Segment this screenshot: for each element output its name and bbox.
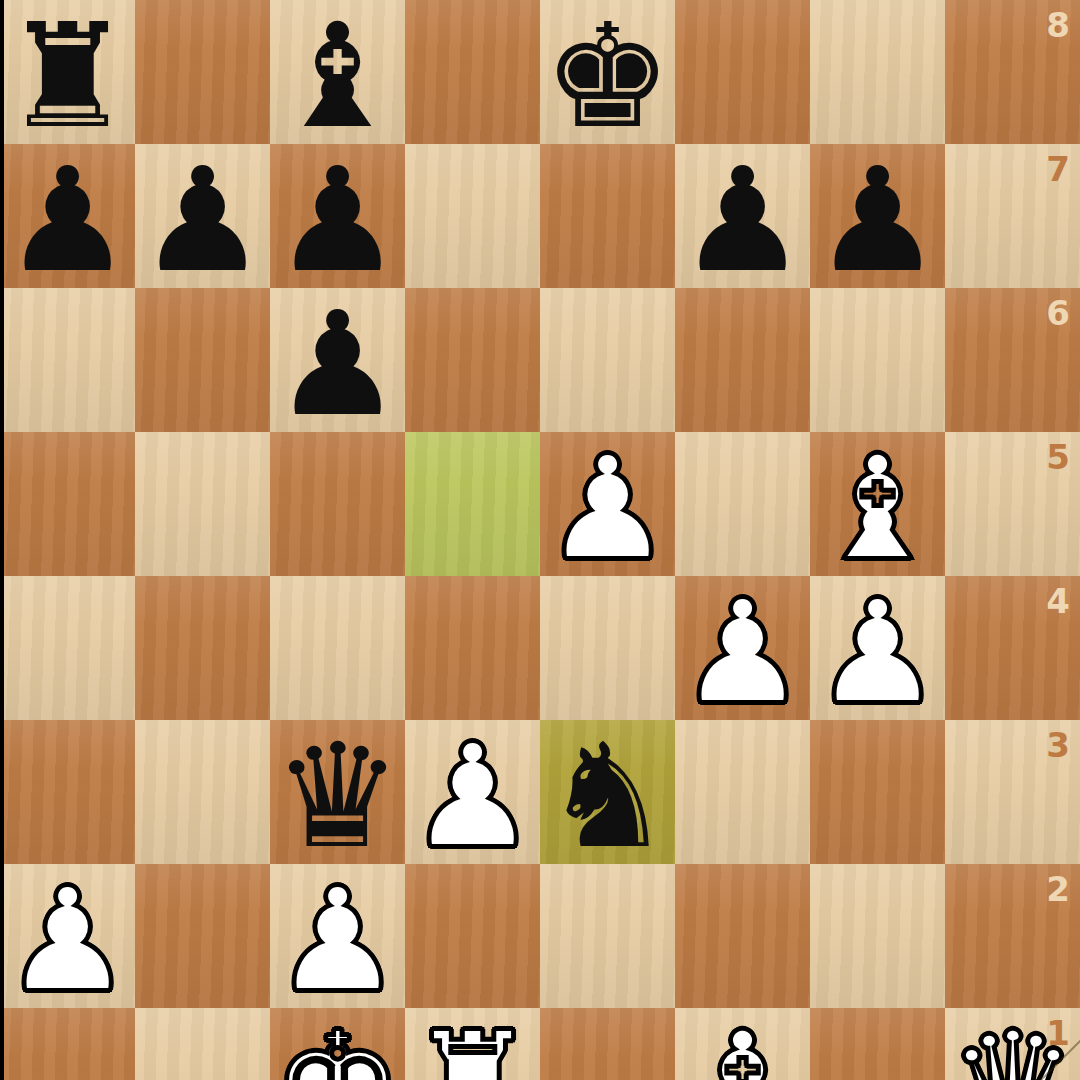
square-c8[interactable]: ♝ <box>270 0 405 144</box>
piece-white-bishop-f1[interactable]: ♝ <box>678 1012 807 1080</box>
square-d8[interactable] <box>405 0 540 144</box>
piece-black-rook-a8[interactable]: ♜ <box>3 4 132 148</box>
square-g7[interactable]: ♟ <box>810 144 945 288</box>
square-d4[interactable] <box>405 576 540 720</box>
piece-black-pawn-c6[interactable]: ♟ <box>273 292 402 436</box>
piece-black-pawn-f7[interactable]: ♟ <box>678 148 807 292</box>
square-b4[interactable] <box>135 576 270 720</box>
square-d3[interactable]: ♟ <box>405 720 540 864</box>
square-e5[interactable]: ♟ <box>540 432 675 576</box>
square-h6[interactable]: 6 <box>945 288 1080 432</box>
square-d5[interactable] <box>405 432 540 576</box>
square-a2[interactable]: ♟ <box>0 864 135 1008</box>
square-e4[interactable] <box>540 576 675 720</box>
square-a4[interactable] <box>0 576 135 720</box>
square-f7[interactable]: ♟ <box>675 144 810 288</box>
piece-black-king-e8[interactable]: ♚ <box>543 4 672 148</box>
square-e8[interactable]: ♚ <box>540 0 675 144</box>
square-h2[interactable]: 2 <box>945 864 1080 1008</box>
square-a8[interactable]: ♜ <box>0 0 135 144</box>
square-b2[interactable] <box>135 864 270 1008</box>
square-a7[interactable]: ♟ <box>0 144 135 288</box>
square-h5[interactable]: 5 <box>945 432 1080 576</box>
piece-white-pawn-c2[interactable]: ♟ <box>273 868 402 1012</box>
square-b8[interactable] <box>135 0 270 144</box>
square-b6[interactable] <box>135 288 270 432</box>
piece-white-king-c1[interactable]: ♚ <box>273 1012 402 1080</box>
square-g5[interactable]: ♝ <box>810 432 945 576</box>
piece-black-pawn-g7[interactable]: ♟ <box>813 148 942 292</box>
square-e7[interactable] <box>540 144 675 288</box>
square-h7[interactable]: 7 <box>945 144 1080 288</box>
screen-edge-strip <box>0 0 4 1080</box>
square-f1[interactable]: f♝ <box>675 1008 810 1080</box>
piece-black-knight-e3[interactable]: ♞ <box>543 724 672 868</box>
piece-white-pawn-e5[interactable]: ♟ <box>543 436 672 580</box>
rank-label-3: 3 <box>1046 725 1070 765</box>
square-g3[interactable] <box>810 720 945 864</box>
square-a5[interactable] <box>0 432 135 576</box>
rank-label-8: 8 <box>1046 5 1070 45</box>
square-b7[interactable]: ♟ <box>135 144 270 288</box>
square-g6[interactable] <box>810 288 945 432</box>
square-f5[interactable] <box>675 432 810 576</box>
square-e1[interactable]: e <box>540 1008 675 1080</box>
piece-white-bishop-g5[interactable]: ♝ <box>813 436 942 580</box>
chess-board: ♜♝♚8♟♟♟♟♟7♟6♟♝5♟♟4♛♟♞3♟♟2abc♚d♜ef♝g1h♛ <box>0 0 1080 1080</box>
square-d1[interactable]: d♜ <box>405 1008 540 1080</box>
rank-label-7: 7 <box>1046 149 1070 189</box>
rank-label-4: 4 <box>1046 581 1070 621</box>
square-h8[interactable]: 8 <box>945 0 1080 144</box>
square-b1[interactable]: b <box>135 1008 270 1080</box>
piece-black-queen-c3[interactable]: ♛ <box>273 724 402 868</box>
square-c6[interactable]: ♟ <box>270 288 405 432</box>
rank-label-5: 5 <box>1046 437 1070 477</box>
square-c1[interactable]: c♚ <box>270 1008 405 1080</box>
square-c2[interactable]: ♟ <box>270 864 405 1008</box>
square-a3[interactable] <box>0 720 135 864</box>
square-a6[interactable] <box>0 288 135 432</box>
square-f8[interactable] <box>675 0 810 144</box>
square-f2[interactable] <box>675 864 810 1008</box>
square-c7[interactable]: ♟ <box>270 144 405 288</box>
square-f6[interactable] <box>675 288 810 432</box>
piece-white-pawn-f4[interactable]: ♟ <box>678 580 807 724</box>
square-c5[interactable] <box>270 432 405 576</box>
piece-white-pawn-a2[interactable]: ♟ <box>3 868 132 1012</box>
piece-black-bishop-c8[interactable]: ♝ <box>273 4 402 148</box>
square-g8[interactable] <box>810 0 945 144</box>
square-e3[interactable]: ♞ <box>540 720 675 864</box>
square-d7[interactable] <box>405 144 540 288</box>
piece-white-pawn-g4[interactable]: ♟ <box>813 580 942 724</box>
square-g1[interactable]: g <box>810 1008 945 1080</box>
piece-white-rook-d1[interactable]: ♜ <box>408 1012 537 1080</box>
rank-label-2: 2 <box>1046 869 1070 909</box>
square-d2[interactable] <box>405 864 540 1008</box>
square-h4[interactable]: 4 <box>945 576 1080 720</box>
piece-white-pawn-d3[interactable]: ♟ <box>408 724 537 868</box>
square-d6[interactable] <box>405 288 540 432</box>
square-e2[interactable] <box>540 864 675 1008</box>
rank-label-6: 6 <box>1046 293 1070 333</box>
square-g2[interactable] <box>810 864 945 1008</box>
square-e6[interactable] <box>540 288 675 432</box>
board-resize-handle[interactable] <box>1038 1038 1080 1080</box>
square-b5[interactable] <box>135 432 270 576</box>
square-h3[interactable]: 3 <box>945 720 1080 864</box>
square-c3[interactable]: ♛ <box>270 720 405 864</box>
square-f4[interactable]: ♟ <box>675 576 810 720</box>
board-viewport: ♜♝♚8♟♟♟♟♟7♟6♟♝5♟♟4♛♟♞3♟♟2abc♚d♜ef♝g1h♛ <box>0 0 1080 1080</box>
square-g4[interactable]: ♟ <box>810 576 945 720</box>
piece-black-pawn-b7[interactable]: ♟ <box>138 148 267 292</box>
square-b3[interactable] <box>135 720 270 864</box>
square-c4[interactable] <box>270 576 405 720</box>
piece-black-pawn-c7[interactable]: ♟ <box>273 148 402 292</box>
piece-black-pawn-a7[interactable]: ♟ <box>3 148 132 292</box>
square-f3[interactable] <box>675 720 810 864</box>
